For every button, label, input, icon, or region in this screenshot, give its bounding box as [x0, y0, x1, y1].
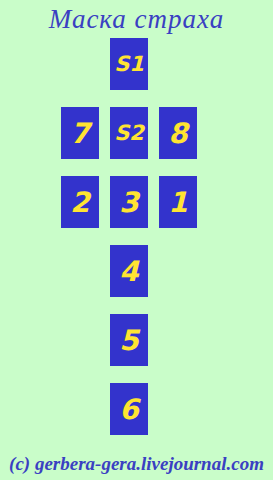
card-position-s1[interactable]: S1 — [110, 38, 148, 90]
card-grid: S17S28231456 — [61, 38, 197, 435]
card-position-s2[interactable]: S2 — [110, 107, 148, 159]
card-position-6[interactable]: 6 — [110, 383, 148, 435]
card-label: 4 — [119, 255, 138, 288]
card-label: S1 — [114, 52, 144, 76]
card-label: 6 — [119, 393, 138, 426]
card-position-7[interactable]: 7 — [61, 107, 99, 159]
card-label: 7 — [70, 117, 89, 150]
card-label: 2 — [70, 186, 89, 219]
card-position-8[interactable]: 8 — [159, 107, 197, 159]
card-label: 8 — [168, 117, 187, 150]
card-label: S2 — [114, 121, 144, 145]
card-label: 3 — [119, 186, 138, 219]
card-label: 1 — [168, 186, 187, 219]
card-position-5[interactable]: 5 — [110, 314, 148, 366]
copyright-watermark: (c) gerbera-gera.livejournal.com — [0, 453, 273, 475]
card-position-2[interactable]: 2 — [61, 176, 99, 228]
card-position-4[interactable]: 4 — [110, 245, 148, 297]
card-position-3[interactable]: 3 — [110, 176, 148, 228]
card-position-1[interactable]: 1 — [159, 176, 197, 228]
card-label: 5 — [119, 324, 138, 357]
spread-diagram: Маска страха S17S28231456 (c) gerbera-ge… — [0, 0, 273, 480]
page-title: Маска страха — [0, 4, 273, 35]
